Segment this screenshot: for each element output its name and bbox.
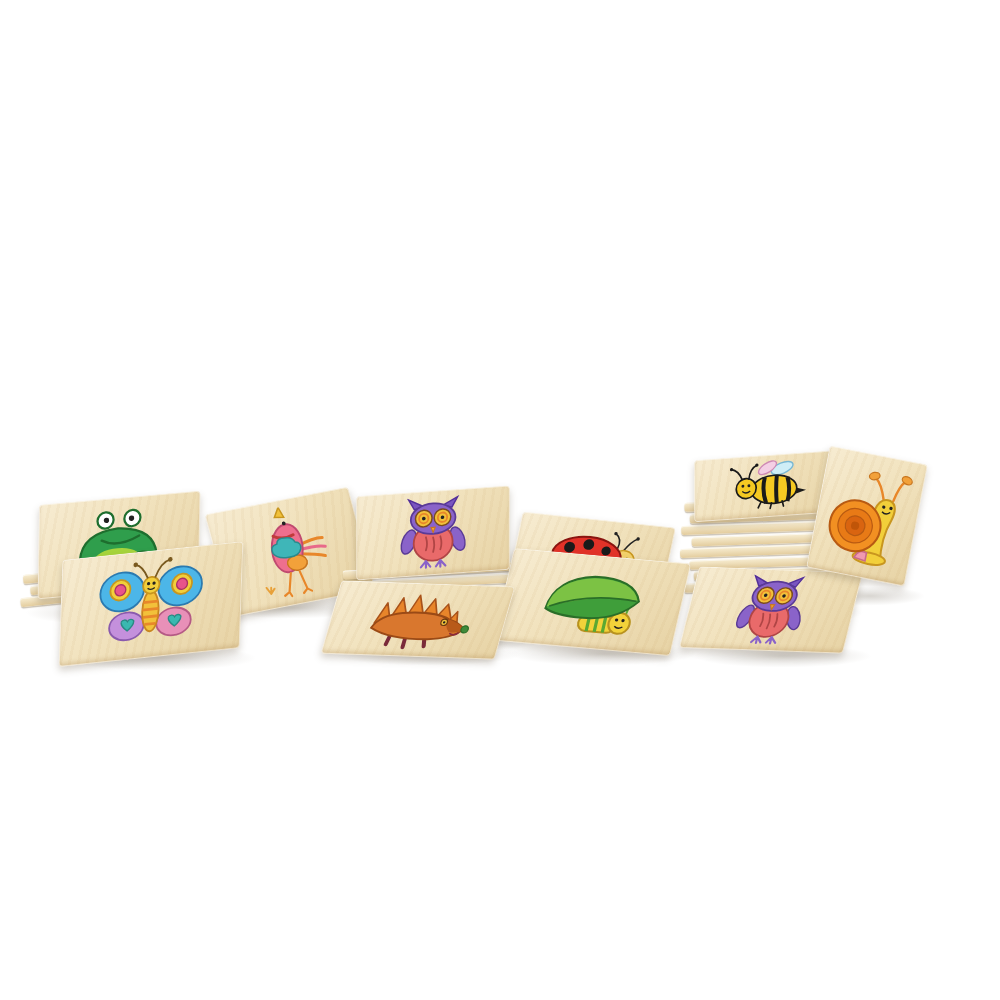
tile-hedgehog[interactable] xyxy=(321,580,516,659)
memory-game-scene xyxy=(0,0,1000,1000)
caterpillar-icon xyxy=(510,556,674,648)
tile-owl-right[interactable] xyxy=(679,566,863,653)
bee-icon xyxy=(708,455,831,517)
tile-owl-top[interactable] xyxy=(356,486,510,581)
tile-caterpillar[interactable] xyxy=(493,548,692,656)
hedgehog-icon xyxy=(338,586,499,654)
tile-butterfly[interactable] xyxy=(59,541,244,667)
owl-icon xyxy=(695,573,847,648)
owl-icon xyxy=(370,492,496,573)
butterfly-icon xyxy=(75,550,227,658)
product-photo xyxy=(0,0,1000,1000)
snail-icon xyxy=(817,456,918,576)
